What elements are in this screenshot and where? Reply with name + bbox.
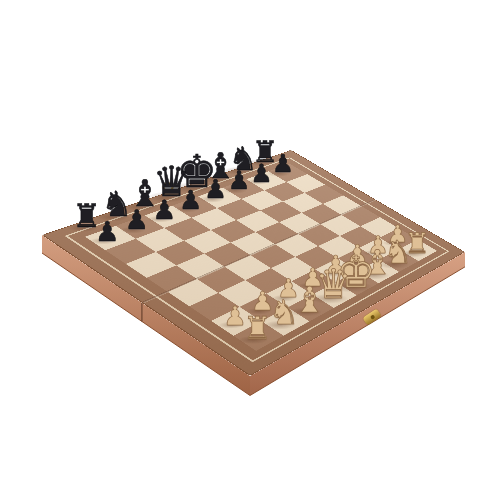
pieces-layer: ♜♞♟♝♟♚♟♛♟♝♟♞♟♜♟♟♟♟♜♟♞♟♝♟♚♟♛♟♝♟♞♜ [0,0,500,500]
brass-clasp [363,308,382,325]
piece-white-knight-b1: ♞ [269,296,299,330]
piece-black-pawn-d7: ♟ [179,187,202,213]
piece-black-pawn-f7: ♟ [228,169,251,194]
product-photo-scene: ♜♞♟♝♟♚♟♛♟♝♟♞♟♜♟♟♟♟♜♟♞♟♝♟♚♟♛♟♝♟♞♜ [0,0,500,500]
piece-black-pawn-c7: ♟ [153,197,177,223]
piece-black-pawn-b7: ♟ [125,207,149,234]
piece-black-pawn-h7: ♟ [272,152,294,177]
piece-black-pawn-g7: ♟ [250,160,272,185]
piece-white-rook-a1: ♜ [243,313,271,345]
piece-black-pawn-a7: ♟ [95,218,119,245]
piece-black-pawn-e7: ♟ [204,177,227,203]
